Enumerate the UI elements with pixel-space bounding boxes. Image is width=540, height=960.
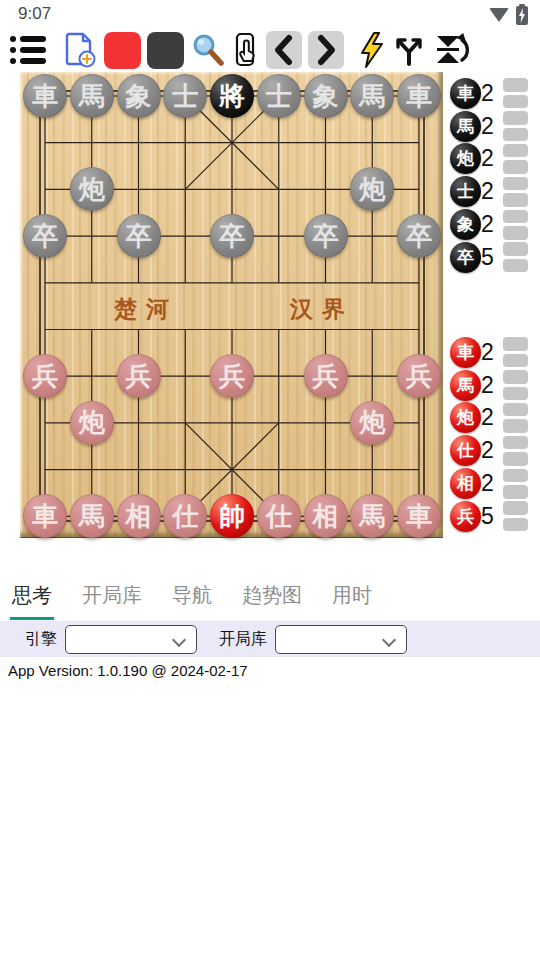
count: 2 — [481, 145, 496, 172]
count: 2 — [481, 178, 496, 205]
clock: 9:07 — [18, 4, 51, 24]
stepper-down[interactable] — [503, 485, 528, 499]
app-window: 9:07 — [0, 0, 540, 960]
new-document-icon — [62, 31, 98, 69]
black-piece-士[interactable]: 士 — [163, 74, 207, 118]
count: 5 — [481, 503, 496, 530]
stepper-down[interactable] — [503, 259, 528, 273]
red-knight-counter[interactable]: 馬 — [450, 370, 481, 401]
tab-trend-chart[interactable]: 趋势图 — [240, 578, 304, 620]
board-grid — [20, 72, 443, 538]
black-advisor-counter[interactable]: 士 — [450, 176, 481, 207]
wifi-icon — [489, 8, 509, 22]
status-bar: 9:07 — [0, 0, 540, 28]
count: 2 — [481, 437, 496, 464]
branch-button[interactable] — [392, 31, 426, 69]
stepper-down[interactable] — [503, 452, 528, 466]
stepper-up[interactable] — [503, 501, 528, 515]
timer-reset-button[interactable] — [432, 31, 470, 69]
stepper-up[interactable] — [503, 78, 528, 92]
hand-pointer-icon — [232, 31, 260, 69]
black-piece-卒[interactable]: 卒 — [397, 214, 441, 258]
tray-row: 馬 2 — [450, 369, 538, 402]
stepper-up[interactable] — [503, 436, 528, 450]
stepper-up[interactable] — [503, 403, 528, 417]
black-knight-counter[interactable]: 馬 — [450, 111, 481, 142]
chevron-right-icon — [311, 33, 341, 67]
river-label-right: 汉界 — [290, 294, 354, 325]
tray-row: 車 2 — [450, 77, 538, 110]
xiangqi-board[interactable]: 楚河 汉界 車馬象士將士象馬車炮炮卒卒卒卒卒兵兵兵兵兵炮炮車馬相仕帥仕相馬車 — [20, 72, 443, 538]
black-piece-炮[interactable]: 炮 — [350, 167, 394, 211]
count: 2 — [481, 372, 496, 399]
engine-bar: 引擎 开局库 — [0, 621, 540, 657]
black-piece-tray: 車 2 馬 2 炮 2 士 2 象 2 卒 5 — [450, 77, 538, 274]
red-piece-炮[interactable]: 炮 — [70, 401, 114, 445]
black-rook-counter[interactable]: 車 — [450, 78, 481, 109]
black-piece-炮[interactable]: 炮 — [70, 167, 114, 211]
stepper-down[interactable] — [503, 193, 528, 207]
red-piece-兵[interactable]: 兵 — [210, 354, 254, 398]
black-piece-士[interactable]: 士 — [257, 74, 301, 118]
black-pawn-counter[interactable]: 卒 — [450, 242, 481, 273]
opening-book-label: 开局库 — [219, 629, 267, 650]
tray-row: 炮 2 — [450, 402, 538, 435]
tray-row: 兵 5 — [450, 500, 538, 533]
stepper-up[interactable] — [503, 370, 528, 384]
stepper-up[interactable] — [503, 144, 528, 158]
bottom-tabs: 思考 开局库 导航 趋势图 用时 — [0, 578, 540, 620]
stepper-down[interactable] — [503, 160, 528, 174]
tray-row: 炮 2 — [450, 143, 538, 176]
tray-row: 卒 5 — [450, 241, 538, 274]
tab-thinking[interactable]: 思考 — [10, 578, 54, 620]
red-piece-馬[interactable]: 馬 — [350, 494, 394, 538]
red-piece-兵[interactable]: 兵 — [117, 354, 161, 398]
red-side-button[interactable] — [104, 31, 141, 69]
app-version: App Version: 1.0.190 @ 2024-02-17 — [8, 662, 248, 679]
red-piece-兵[interactable]: 兵 — [397, 354, 441, 398]
black-cannon-counter[interactable]: 炮 — [450, 143, 481, 174]
stepper-up[interactable] — [503, 177, 528, 191]
count: 2 — [481, 113, 496, 140]
red-cannon-counter[interactable]: 炮 — [450, 402, 481, 433]
red-square-icon — [104, 32, 141, 69]
black-piece-馬[interactable]: 馬 — [350, 74, 394, 118]
new-document-button[interactable] — [62, 31, 98, 69]
black-side-button[interactable] — [147, 31, 184, 69]
black-piece-卒[interactable]: 卒 — [210, 214, 254, 258]
red-piece-仕[interactable]: 仕 — [257, 494, 301, 538]
black-piece-卒[interactable]: 卒 — [117, 214, 161, 258]
tab-opening-book[interactable]: 开局库 — [80, 578, 144, 620]
opening-book-select[interactable] — [275, 625, 407, 654]
tray-row: 相 2 — [450, 467, 538, 500]
black-elephant-counter[interactable]: 象 — [450, 209, 481, 240]
black-piece-車[interactable]: 車 — [23, 74, 67, 118]
tray-row: 士 2 — [450, 175, 538, 208]
previous-move-button[interactable] — [266, 31, 302, 69]
tray-row: 象 2 — [450, 208, 538, 241]
hourglass-rotate-icon — [432, 32, 470, 68]
engine-go-button[interactable] — [358, 31, 386, 69]
battery-charging-icon — [516, 6, 528, 25]
stepper-up[interactable] — [503, 111, 528, 125]
menu-button[interactable] — [10, 31, 48, 69]
black-piece-象[interactable]: 象 — [117, 74, 161, 118]
red-advisor-counter[interactable]: 仕 — [450, 435, 481, 466]
stepper-down[interactable] — [503, 387, 528, 401]
stepper-down[interactable] — [503, 128, 528, 142]
tab-navigation[interactable]: 导航 — [170, 578, 214, 620]
next-move-button[interactable] — [308, 31, 344, 69]
black-square-icon — [147, 32, 184, 69]
red-piece-兵[interactable]: 兵 — [304, 354, 348, 398]
red-piece-兵[interactable]: 兵 — [23, 354, 67, 398]
black-piece-車[interactable]: 車 — [397, 74, 441, 118]
red-piece-相[interactable]: 相 — [304, 494, 348, 538]
red-piece-tray: 車 2 馬 2 炮 2 仕 2 相 2 兵 5 — [450, 336, 538, 533]
tray-row: 馬 2 — [450, 110, 538, 143]
black-piece-卒[interactable]: 卒 — [304, 214, 348, 258]
count: 2 — [481, 339, 496, 366]
red-piece-帥[interactable]: 帥 — [210, 494, 254, 538]
hand-mode-button[interactable] — [232, 31, 260, 69]
red-piece-車[interactable]: 車 — [23, 494, 67, 538]
black-piece-卒[interactable]: 卒 — [23, 214, 67, 258]
stepper-up[interactable] — [503, 242, 528, 256]
red-piece-馬[interactable]: 馬 — [70, 494, 114, 538]
black-piece-象[interactable]: 象 — [304, 74, 348, 118]
magnifier-icon — [190, 31, 226, 69]
tab-time-used[interactable]: 用时 — [330, 578, 374, 620]
zoom-button[interactable] — [190, 31, 226, 69]
stepper-down[interactable] — [503, 354, 528, 368]
river-label-left: 楚河 — [114, 294, 178, 325]
tray-row: 仕 2 — [450, 434, 538, 467]
toolbar — [0, 28, 540, 72]
count: 5 — [481, 244, 496, 271]
branch-icon — [392, 32, 426, 68]
red-pawn-counter[interactable]: 兵 — [450, 501, 481, 532]
stepper-up[interactable] — [503, 210, 528, 224]
tray-row: 車 2 — [450, 336, 538, 369]
stepper-up[interactable] — [503, 469, 528, 483]
red-piece-仕[interactable]: 仕 — [163, 494, 207, 538]
stepper-down[interactable] — [503, 518, 528, 532]
menu-icon — [10, 36, 48, 64]
red-piece-炮[interactable]: 炮 — [350, 401, 394, 445]
count: 2 — [481, 470, 496, 497]
stepper-down[interactable] — [503, 419, 528, 433]
count: 2 — [481, 404, 496, 431]
red-piece-相[interactable]: 相 — [117, 494, 161, 538]
count: 2 — [481, 211, 496, 238]
red-piece-車[interactable]: 車 — [397, 494, 441, 538]
stepper-up[interactable] — [503, 337, 528, 351]
red-elephant-counter[interactable]: 相 — [450, 468, 481, 499]
lightning-icon — [358, 31, 386, 69]
chevron-left-icon — [269, 33, 299, 67]
red-rook-counter[interactable]: 車 — [450, 337, 481, 368]
stepper-down[interactable] — [503, 226, 528, 240]
count: 2 — [481, 80, 496, 107]
engine-select[interactable] — [65, 625, 197, 654]
black-piece-馬[interactable]: 馬 — [70, 74, 114, 118]
black-piece-將[interactable]: 將 — [210, 74, 254, 118]
engine-label: 引擎 — [25, 629, 57, 650]
stepper-down[interactable] — [503, 95, 528, 109]
